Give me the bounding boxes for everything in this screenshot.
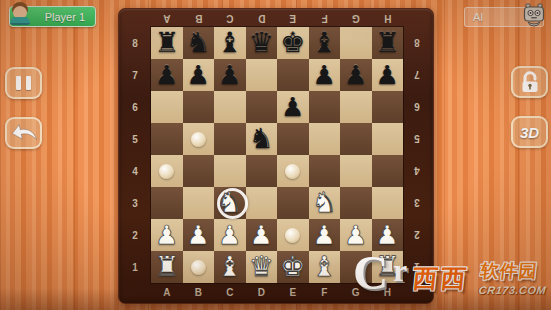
square-g5[interactable] (340, 123, 372, 155)
square-d4[interactable] (246, 155, 278, 187)
pause-icon (16, 76, 31, 90)
square-g8[interactable] (340, 27, 372, 59)
square-c2[interactable]: ♟ (214, 219, 246, 251)
watermark-url: CR173.COM (478, 284, 547, 296)
square-d6[interactable] (246, 91, 278, 123)
rank-label-right-7: 7 (402, 59, 432, 91)
rank-label-left-4: 4 (120, 155, 150, 187)
legal-move-dot-a4[interactable] (159, 164, 174, 179)
file-label-bottom-a: A (151, 285, 183, 300)
square-g3[interactable] (340, 187, 372, 219)
square-a1[interactable]: ♜ (151, 251, 183, 283)
legal-move-dot-b5[interactable] (191, 132, 206, 147)
square-d1[interactable]: ♛ (246, 251, 278, 283)
square-d2[interactable]: ♟ (246, 219, 278, 251)
legal-move-dot-b1[interactable] (191, 260, 206, 275)
white-pawn-a2[interactable]: ♟ (151, 219, 183, 251)
legal-move-dot-e4[interactable] (285, 164, 300, 179)
square-g6[interactable] (340, 91, 372, 123)
square-e5[interactable] (277, 123, 309, 155)
square-a6[interactable] (151, 91, 183, 123)
square-h1[interactable]: ♜ (372, 251, 404, 283)
unlock-icon (518, 70, 542, 94)
square-h2[interactable]: ♟ (372, 219, 404, 251)
black-knight-b8[interactable]: ♞ (183, 27, 215, 59)
square-e3[interactable] (277, 187, 309, 219)
rank-label-left-6: 6 (120, 91, 150, 123)
ai-label: AI (473, 11, 483, 23)
square-b4[interactable] (183, 155, 215, 187)
rank-label-right-4: 4 (402, 155, 432, 187)
rank-label-left-2: 2 (120, 219, 150, 251)
rank-label-right-1: 1 (402, 251, 432, 283)
file-labels-top: ABCDEFGH (151, 11, 403, 26)
black-pawn-g7[interactable]: ♟ (340, 59, 372, 91)
black-rook-h8[interactable]: ♜ (372, 27, 404, 59)
white-pawn-h2[interactable]: ♟ (372, 219, 404, 251)
square-g1[interactable] (340, 251, 372, 283)
black-pawn-h7[interactable]: ♟ (372, 59, 404, 91)
white-rook-a1[interactable]: ♜ (151, 251, 183, 283)
square-h3[interactable] (372, 187, 404, 219)
square-c1[interactable]: ♝ (214, 251, 246, 283)
black-pawn-c7[interactable]: ♟ (214, 59, 246, 91)
square-g2[interactable]: ♟ (340, 219, 372, 251)
square-f1[interactable]: ♝ (309, 251, 341, 283)
square-b6[interactable] (183, 91, 215, 123)
square-e8[interactable]: ♚ (277, 27, 309, 59)
file-label-top-f: F (309, 11, 341, 26)
square-b1[interactable] (183, 251, 215, 283)
chess-app-screen: 3D Player 1 AI ABCDEFGH ABCDEFGH 8765432… (0, 0, 551, 310)
square-d7[interactable] (246, 59, 278, 91)
player1-label: Player 1 (45, 11, 85, 23)
3d-view-button[interactable]: 3D (511, 116, 548, 148)
rank-label-left-7: 7 (120, 59, 150, 91)
square-c8[interactable]: ♝ (214, 27, 246, 59)
square-h4[interactable] (372, 155, 404, 187)
white-knight-c3[interactable]: ♞ (214, 187, 246, 219)
square-a8[interactable]: ♜ (151, 27, 183, 59)
white-queen-d1[interactable]: ♛ (246, 251, 278, 283)
black-queen-d8[interactable]: ♛ (246, 27, 278, 59)
white-pawn-f2[interactable]: ♟ (309, 219, 341, 251)
file-label-top-d: D (246, 11, 278, 26)
pause-button[interactable] (5, 67, 42, 99)
legal-move-dot-e2[interactable] (285, 228, 300, 243)
square-d8[interactable]: ♛ (246, 27, 278, 59)
white-pawn-g2[interactable]: ♟ (340, 219, 372, 251)
white-knight-f3[interactable]: ♞ (309, 187, 341, 219)
lock-button[interactable] (511, 66, 548, 98)
square-e1[interactable]: ♚ (277, 251, 309, 283)
square-e6[interactable]: ♟ (277, 91, 309, 123)
file-label-top-h: H (372, 11, 404, 26)
square-a2[interactable]: ♟ (151, 219, 183, 251)
black-bishop-f8[interactable]: ♝ (309, 27, 341, 59)
chess-board-frame: ABCDEFGH ABCDEFGH 87654321 87654321 ♜♞♝♛… (118, 8, 434, 304)
black-pawn-b7[interactable]: ♟ (183, 59, 215, 91)
square-f4[interactable] (309, 155, 341, 187)
square-h6[interactable] (372, 91, 404, 123)
file-label-top-a: A (151, 11, 183, 26)
square-d5[interactable]: ♞ (246, 123, 278, 155)
white-pawn-c2[interactable]: ♟ (214, 219, 246, 251)
square-b7[interactable]: ♟ (183, 59, 215, 91)
black-pawn-f7[interactable]: ♟ (309, 59, 341, 91)
file-label-bottom-f: F (309, 285, 341, 300)
watermark-brand-ruanjianyuan: 软件园 (479, 259, 549, 283)
file-label-bottom-h: H (372, 285, 404, 300)
black-pawn-e6[interactable]: ♟ (277, 91, 309, 123)
white-rook-h1[interactable]: ♜ (372, 251, 404, 283)
3d-view-label: 3D (520, 124, 539, 141)
rank-labels-left: 87654321 (120, 27, 150, 283)
white-bishop-c1[interactable]: ♝ (214, 251, 246, 283)
square-a7[interactable]: ♟ (151, 59, 183, 91)
file-label-bottom-d: D (246, 285, 278, 300)
rank-label-right-5: 5 (402, 123, 432, 155)
black-knight-d5[interactable]: ♞ (246, 123, 278, 155)
file-label-top-e: E (277, 11, 309, 26)
square-c5[interactable] (214, 123, 246, 155)
square-b5[interactable] (183, 123, 215, 155)
square-h7[interactable]: ♟ (372, 59, 404, 91)
file-label-bottom-g: G (340, 285, 372, 300)
rank-label-right-6: 6 (402, 91, 432, 123)
black-bishop-c8[interactable]: ♝ (214, 27, 246, 59)
square-f5[interactable] (309, 123, 341, 155)
square-a4[interactable] (151, 155, 183, 187)
square-c4[interactable] (214, 155, 246, 187)
rank-label-right-3: 3 (402, 187, 432, 219)
square-f3[interactable]: ♞ (309, 187, 341, 219)
square-h5[interactable] (372, 123, 404, 155)
square-e7[interactable] (277, 59, 309, 91)
white-pawn-b2[interactable]: ♟ (183, 219, 215, 251)
rank-label-left-8: 8 (120, 27, 150, 59)
player1-avatar-icon (10, 2, 30, 27)
square-g7[interactable]: ♟ (340, 59, 372, 91)
file-label-bottom-c: C (214, 285, 246, 300)
square-c3[interactable]: ♞ (214, 187, 246, 219)
square-f7[interactable]: ♟ (309, 59, 341, 91)
square-f8[interactable]: ♝ (309, 27, 341, 59)
square-b2[interactable]: ♟ (183, 219, 215, 251)
square-b8[interactable]: ♞ (183, 27, 215, 59)
square-e2[interactable] (277, 219, 309, 251)
square-f2[interactable]: ♟ (309, 219, 341, 251)
undo-arrow-icon (8, 120, 38, 147)
chess-board: ♜♞♝♛♚♝♜♟♟♟♟♟♟♟♞♞♞♟♟♟♟♟♟♟♜♝♛♚♝♜ (151, 27, 403, 283)
square-e4[interactable] (277, 155, 309, 187)
rank-label-right-2: 2 (402, 219, 432, 251)
white-king-e1[interactable]: ♚ (277, 251, 309, 283)
ai-robot-icon (522, 3, 546, 30)
square-h8[interactable]: ♜ (372, 27, 404, 59)
file-label-top-c: C (214, 11, 246, 26)
square-c7[interactable]: ♟ (214, 59, 246, 91)
square-d3[interactable] (246, 187, 278, 219)
square-a3[interactable] (151, 187, 183, 219)
rank-label-left-3: 3 (120, 187, 150, 219)
file-label-top-b: B (183, 11, 215, 26)
rank-labels-right: 87654321 (402, 27, 432, 283)
black-king-e8[interactable]: ♚ (277, 27, 309, 59)
file-labels-bottom: ABCDEFGH (151, 285, 403, 300)
rank-label-right-8: 8 (402, 27, 432, 59)
square-c6[interactable] (214, 91, 246, 123)
square-g4[interactable] (340, 155, 372, 187)
file-label-top-g: G (340, 11, 372, 26)
undo-button[interactable] (5, 117, 42, 149)
square-f6[interactable] (309, 91, 341, 123)
black-pawn-a7[interactable]: ♟ (151, 59, 183, 91)
rank-label-left-5: 5 (120, 123, 150, 155)
square-b3[interactable] (183, 187, 215, 219)
black-rook-a8[interactable]: ♜ (151, 27, 183, 59)
white-pawn-d2[interactable]: ♟ (246, 219, 278, 251)
file-label-bottom-b: B (183, 285, 215, 300)
white-bishop-f1[interactable]: ♝ (309, 251, 341, 283)
square-a5[interactable] (151, 123, 183, 155)
file-label-bottom-e: E (277, 285, 309, 300)
rank-label-left-1: 1 (120, 251, 150, 283)
